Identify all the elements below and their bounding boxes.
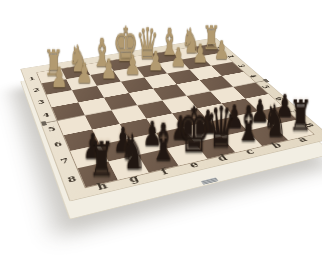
piece-white-pawn-d2[interactable]: ♟: [143, 48, 167, 75]
piece-black-bishop-c8[interactable]: ♝: [233, 100, 264, 149]
piece-black-knight-g8[interactable]: ♞: [117, 127, 150, 175]
piece-black-rook-h8[interactable]: ♜: [85, 135, 119, 182]
piece-white-pawn-b2[interactable]: ♟: [188, 41, 212, 67]
piece-white-pawn-g2[interactable]: ♟: [71, 60, 97, 88]
chess-set: ♜♞♝♚♛♝♞♜♟♟♟♟♟♟♟♟♟♟♟♟♟♟♟♟♜♞♝♚♛♝♞♜ 11h22g3…: [20, 38, 322, 202]
piece-black-bishop-f8[interactable]: ♝: [147, 117, 179, 168]
rank-label-left-3: 3: [33, 95, 50, 110]
piece-white-pawn-c2[interactable]: ♟: [166, 45, 190, 71]
piece-black-king-e8[interactable]: ♚: [177, 99, 209, 161]
piece-white-pawn-a2[interactable]: ♟: [210, 38, 234, 64]
chess-board: ♜♞♝♚♛♝♞♜♟♟♟♟♟♟♟♟♟♟♟♟♟♟♟♟♜♞♝♚♛♝♞♜ 11h22g3…: [20, 38, 322, 202]
product-photo-chess-set: ♜♞♝♚♛♝♞♜♟♟♟♟♟♟♟♟♟♟♟♟♟♟♟♟♜♞♝♚♛♝♞♜ 11h22g3…: [0, 0, 322, 259]
piece-white-pawn-h2[interactable]: ♟: [46, 64, 72, 92]
piece-white-pawn-e2[interactable]: ♟: [120, 52, 145, 79]
piece-black-knight-b8[interactable]: ♞: [260, 98, 290, 142]
box-clasp: [201, 177, 219, 184]
rank-label-left-5: 5: [42, 121, 61, 138]
piece-white-pawn-f2[interactable]: ♟: [96, 56, 121, 83]
